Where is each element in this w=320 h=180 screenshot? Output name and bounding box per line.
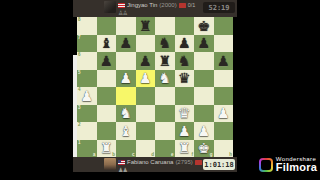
piece-black-king[interactable]: ♚ bbox=[197, 19, 210, 33]
rank-label-1: 1 bbox=[78, 140, 81, 145]
piece-white-knight[interactable]: ♞ bbox=[158, 71, 171, 85]
square-b5[interactable] bbox=[97, 70, 117, 88]
square-c6[interactable] bbox=[116, 52, 136, 70]
piece-black-pawn[interactable]: ♟ bbox=[178, 36, 191, 50]
square-f5[interactable]: ♛ bbox=[175, 70, 195, 88]
square-a2[interactable]: 2 bbox=[77, 122, 97, 140]
square-g1[interactable]: g♚ bbox=[194, 140, 214, 158]
square-c3[interactable]: ♞ bbox=[116, 105, 136, 123]
square-f4[interactable] bbox=[175, 87, 195, 105]
square-d6[interactable]: ♟ bbox=[136, 52, 156, 70]
piece-black-rook[interactable]: ♜ bbox=[139, 19, 152, 33]
square-h5[interactable] bbox=[214, 70, 234, 88]
square-b3[interactable] bbox=[97, 105, 117, 123]
square-e5[interactable]: ♞ bbox=[155, 70, 175, 88]
filmora-logo-icon bbox=[259, 158, 273, 172]
scrollbar[interactable] bbox=[73, 55, 77, 172]
piece-white-pawn[interactable]: ♟ bbox=[139, 71, 152, 85]
piece-black-knight[interactable]: ♞ bbox=[178, 54, 191, 68]
square-d7[interactable] bbox=[136, 35, 156, 53]
watermark-product: Filmora bbox=[276, 162, 317, 173]
square-a7[interactable]: 7 bbox=[77, 35, 97, 53]
piece-white-pawn[interactable]: ♟ bbox=[119, 71, 132, 85]
square-g8[interactable]: ♚ bbox=[194, 17, 214, 35]
square-b2[interactable] bbox=[97, 122, 117, 140]
piece-black-rook[interactable]: ♜ bbox=[158, 54, 171, 68]
piece-white-pawn[interactable]: ♟ bbox=[217, 106, 230, 120]
square-d8[interactable]: ♜ bbox=[136, 17, 156, 35]
square-h2[interactable] bbox=[214, 122, 234, 140]
square-e8[interactable] bbox=[155, 17, 175, 35]
piece-black-knight[interactable]: ♞ bbox=[158, 36, 171, 50]
top-player-info[interactable]: Jingyao Tin (2000) 0/1 ♙♙ bbox=[104, 1, 195, 17]
square-g2[interactable]: ♟ bbox=[194, 122, 214, 140]
chess-board[interactable]: 8♜♚7♝♟♞♟♟6♟♟♜♞♟5♟♟♞♛4♟3♞♛♟2♝♟♟1ab♜cdef♜g… bbox=[77, 17, 233, 157]
square-h4[interactable] bbox=[214, 87, 234, 105]
square-h1[interactable]: h bbox=[214, 140, 234, 158]
top-captured-pieces: ♙♙ bbox=[118, 10, 127, 16]
piece-white-king[interactable]: ♚ bbox=[197, 141, 210, 155]
bottom-player-name: Fabiano Caruana bbox=[127, 159, 173, 165]
square-c5[interactable]: ♟ bbox=[116, 70, 136, 88]
square-g7[interactable]: ♟ bbox=[194, 35, 214, 53]
top-player-rating: (2000) bbox=[159, 2, 176, 8]
bottom-player-avatar[interactable] bbox=[104, 158, 116, 170]
square-d3[interactable] bbox=[136, 105, 156, 123]
square-g5[interactable] bbox=[194, 70, 214, 88]
square-a1[interactable]: 1a bbox=[77, 140, 97, 158]
square-f3[interactable]: ♛ bbox=[175, 105, 195, 123]
piece-white-queen[interactable]: ♛ bbox=[178, 106, 191, 120]
top-player-name: Jingyao Tin bbox=[127, 2, 157, 8]
square-f1[interactable]: f♜ bbox=[175, 140, 195, 158]
top-player-avatar[interactable] bbox=[104, 1, 116, 13]
square-a4[interactable]: 4♟ bbox=[77, 87, 97, 105]
bottom-captured-pieces: ♟♟ bbox=[118, 167, 127, 173]
square-f6[interactable]: ♞ bbox=[175, 52, 195, 70]
piece-black-pawn[interactable]: ♟ bbox=[139, 54, 152, 68]
piece-black-pawn[interactable]: ♟ bbox=[100, 54, 113, 68]
square-a6[interactable]: 6 bbox=[77, 52, 97, 70]
piece-black-pawn[interactable]: ♟ bbox=[197, 36, 210, 50]
piece-white-pawn[interactable]: ♟ bbox=[178, 124, 191, 138]
square-b1[interactable]: b♜ bbox=[97, 140, 117, 158]
bottom-player-clock: 1:01:18 bbox=[203, 159, 235, 170]
piece-white-rook[interactable]: ♜ bbox=[100, 141, 113, 155]
square-c4[interactable] bbox=[116, 87, 136, 105]
square-h8[interactable] bbox=[214, 17, 234, 35]
square-a5[interactable]: 5 bbox=[77, 70, 97, 88]
square-b7[interactable]: ♝ bbox=[97, 35, 117, 53]
square-a8[interactable]: 8 bbox=[77, 17, 97, 35]
bottom-player-flag-icon bbox=[118, 160, 125, 165]
piece-white-pawn[interactable]: ♟ bbox=[197, 124, 210, 138]
top-player-score: 0/1 bbox=[188, 2, 196, 8]
square-h3[interactable]: ♟ bbox=[214, 105, 234, 123]
square-g4[interactable] bbox=[194, 87, 214, 105]
square-c2[interactable]: ♝ bbox=[116, 122, 136, 140]
square-h7[interactable] bbox=[214, 35, 234, 53]
video-frame: Jingyao Tin (2000) 0/1 ♙♙ 52:19 8♜♚7♝♟♞♟… bbox=[0, 0, 320, 180]
square-f2[interactable]: ♟ bbox=[175, 122, 195, 140]
piece-white-knight[interactable]: ♞ bbox=[119, 106, 132, 120]
piece-black-pawn[interactable]: ♟ bbox=[217, 54, 230, 68]
top-player-bar: Jingyao Tin (2000) 0/1 ♙♙ 52:19 bbox=[73, 0, 237, 17]
square-c1[interactable]: c bbox=[116, 140, 136, 158]
square-e4[interactable] bbox=[155, 87, 175, 105]
square-g6[interactable] bbox=[194, 52, 214, 70]
square-b8[interactable] bbox=[97, 17, 117, 35]
square-d5[interactable]: ♟ bbox=[136, 70, 156, 88]
square-c7[interactable]: ♟ bbox=[116, 35, 136, 53]
square-d1[interactable]: d bbox=[136, 140, 156, 158]
rank-label-3: 3 bbox=[78, 105, 81, 110]
bottom-player-bar: Fabiano Caruana (2795) 1/1 ♟♟ 1:01:18 bbox=[73, 157, 237, 172]
square-b4[interactable] bbox=[97, 87, 117, 105]
square-f8[interactable] bbox=[175, 17, 195, 35]
square-a3[interactable]: 3 bbox=[77, 105, 97, 123]
square-e7[interactable]: ♞ bbox=[155, 35, 175, 53]
square-e3[interactable] bbox=[155, 105, 175, 123]
square-h6[interactable]: ♟ bbox=[214, 52, 234, 70]
filmora-watermark: Wondershare Filmora bbox=[259, 156, 317, 173]
bottom-player-flag2-icon bbox=[195, 160, 202, 165]
rank-label-5: 5 bbox=[78, 70, 81, 75]
rank-label-2: 2 bbox=[78, 122, 81, 127]
bottom-player-info[interactable]: Fabiano Caruana (2795) 1/1 ♟♟ bbox=[104, 158, 211, 174]
square-b6[interactable]: ♟ bbox=[97, 52, 117, 70]
piece-black-queen[interactable]: ♛ bbox=[178, 71, 191, 85]
top-player-clock: 52:19 bbox=[203, 2, 235, 13]
square-f7[interactable]: ♟ bbox=[175, 35, 195, 53]
rank-label-8: 8 bbox=[78, 17, 81, 22]
piece-black-pawn[interactable]: ♟ bbox=[119, 36, 132, 50]
rank-label-4: 4 bbox=[78, 87, 81, 92]
square-d4[interactable] bbox=[136, 87, 156, 105]
piece-black-bishop[interactable]: ♝ bbox=[100, 36, 113, 50]
piece-white-bishop[interactable]: ♝ bbox=[119, 124, 132, 138]
square-e6[interactable]: ♜ bbox=[155, 52, 175, 70]
square-c8[interactable] bbox=[116, 17, 136, 35]
piece-white-pawn[interactable]: ♟ bbox=[80, 89, 93, 103]
top-player-flag-icon bbox=[118, 3, 125, 8]
bottom-player-rating: (2795) bbox=[175, 159, 192, 165]
square-d2[interactable] bbox=[136, 122, 156, 140]
rank-label-7: 7 bbox=[78, 35, 81, 40]
rank-label-6: 6 bbox=[78, 52, 81, 57]
square-g3[interactable] bbox=[194, 105, 214, 123]
piece-white-rook[interactable]: ♜ bbox=[178, 141, 191, 155]
top-player-flag2-icon bbox=[179, 3, 186, 8]
square-e1[interactable]: e bbox=[155, 140, 175, 158]
square-e2[interactable] bbox=[155, 122, 175, 140]
